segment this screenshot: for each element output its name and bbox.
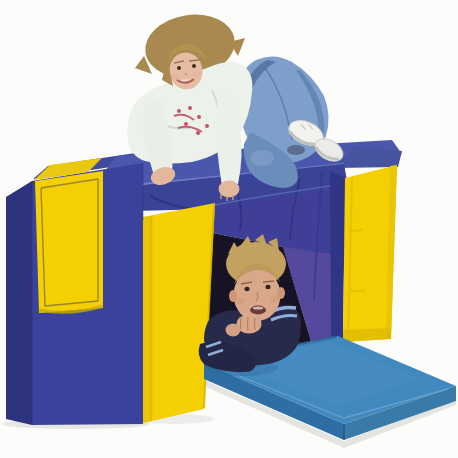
girl-eye-right	[192, 64, 196, 68]
left-wall-side-face	[6, 181, 32, 425]
girl-eye-left	[177, 66, 181, 70]
boy-eye-right	[265, 285, 270, 289]
right-pillar	[330, 165, 397, 342]
boy-eye-left	[244, 287, 249, 291]
pillar-side-face	[330, 171, 345, 341]
product-photo: Product photo: two young children playin…	[0, 0, 458, 458]
soft-play-scene	[0, 0, 458, 458]
